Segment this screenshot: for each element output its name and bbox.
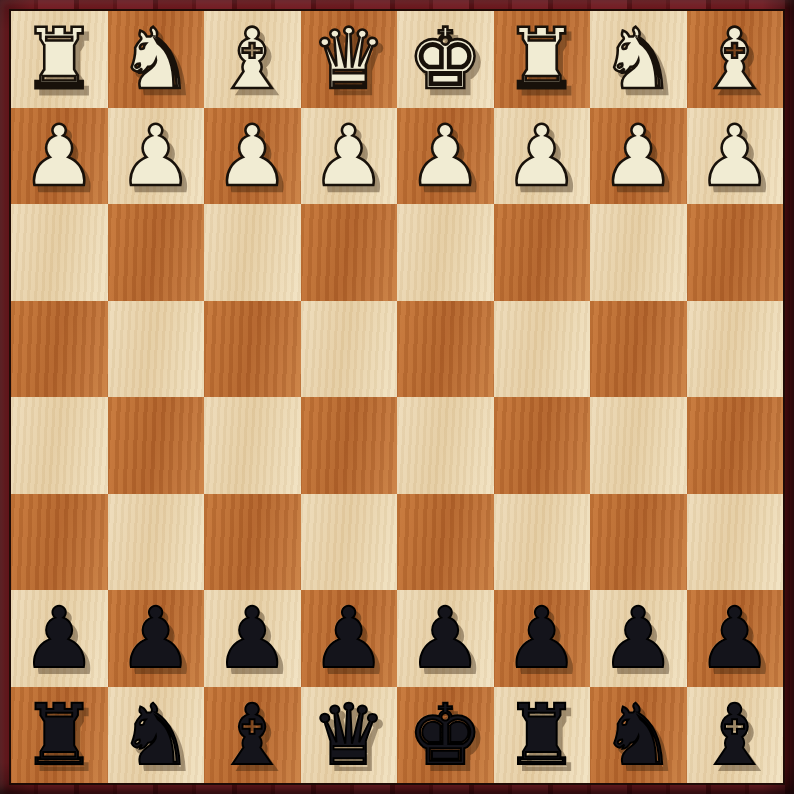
square-b5[interactable] xyxy=(590,397,687,494)
square-d1[interactable]: ♚ xyxy=(397,11,494,108)
black-knight[interactable]: ♞ xyxy=(601,693,676,777)
square-e4[interactable] xyxy=(301,301,398,398)
white-pawn[interactable]: ♟ xyxy=(504,114,579,198)
square-d6[interactable] xyxy=(397,494,494,591)
square-d5[interactable] xyxy=(397,397,494,494)
white-pawn[interactable]: ♟ xyxy=(22,114,97,198)
square-a4[interactable] xyxy=(687,301,784,398)
square-d2[interactable]: ♟ xyxy=(397,108,494,205)
square-a3[interactable] xyxy=(687,204,784,301)
square-b3[interactable] xyxy=(590,204,687,301)
square-e7[interactable]: ♟ xyxy=(301,590,398,687)
square-g2[interactable]: ♟ xyxy=(108,108,205,205)
square-h7[interactable]: ♟ xyxy=(11,590,108,687)
black-rook[interactable]: ♜ xyxy=(504,693,579,777)
square-c2[interactable]: ♟ xyxy=(494,108,591,205)
square-f1[interactable]: ♝ xyxy=(204,11,301,108)
white-pawn[interactable]: ♟ xyxy=(408,114,483,198)
square-f6[interactable] xyxy=(204,494,301,591)
chess-board: ♜♞♝♛♚♜♞♝♟♟♟♟♟♟♟♟♟♟♟♟♟♟♟♟♜♞♝♛♚♜♞♝ xyxy=(11,11,783,783)
white-knight[interactable]: ♞ xyxy=(118,17,193,101)
square-a2[interactable]: ♟ xyxy=(687,108,784,205)
black-rook[interactable]: ♜ xyxy=(22,693,97,777)
square-e3[interactable] xyxy=(301,204,398,301)
square-d3[interactable] xyxy=(397,204,494,301)
square-f3[interactable] xyxy=(204,204,301,301)
square-e5[interactable] xyxy=(301,397,398,494)
square-f8[interactable]: ♝ xyxy=(204,687,301,784)
black-pawn[interactable]: ♟ xyxy=(504,596,579,680)
square-g3[interactable] xyxy=(108,204,205,301)
square-h5[interactable] xyxy=(11,397,108,494)
white-bishop[interactable]: ♝ xyxy=(215,17,290,101)
white-pawn[interactable]: ♟ xyxy=(311,114,386,198)
square-e6[interactable] xyxy=(301,494,398,591)
square-a5[interactable] xyxy=(687,397,784,494)
square-b2[interactable]: ♟ xyxy=(590,108,687,205)
square-h8[interactable]: ♜ xyxy=(11,687,108,784)
square-h2[interactable]: ♟ xyxy=(11,108,108,205)
square-b7[interactable]: ♟ xyxy=(590,590,687,687)
square-a8[interactable]: ♝ xyxy=(687,687,784,784)
square-d8[interactable]: ♚ xyxy=(397,687,494,784)
square-g4[interactable] xyxy=(108,301,205,398)
square-c3[interactable] xyxy=(494,204,591,301)
square-f5[interactable] xyxy=(204,397,301,494)
square-c6[interactable] xyxy=(494,494,591,591)
square-c4[interactable] xyxy=(494,301,591,398)
square-c7[interactable]: ♟ xyxy=(494,590,591,687)
white-rook[interactable]: ♜ xyxy=(504,17,579,101)
square-h3[interactable] xyxy=(11,204,108,301)
square-b8[interactable]: ♞ xyxy=(590,687,687,784)
black-pawn[interactable]: ♟ xyxy=(311,596,386,680)
square-f7[interactable]: ♟ xyxy=(204,590,301,687)
square-b1[interactable]: ♞ xyxy=(590,11,687,108)
white-knight[interactable]: ♞ xyxy=(601,17,676,101)
black-pawn[interactable]: ♟ xyxy=(215,596,290,680)
black-pawn[interactable]: ♟ xyxy=(22,596,97,680)
square-b4[interactable] xyxy=(590,301,687,398)
square-g6[interactable] xyxy=(108,494,205,591)
square-c5[interactable] xyxy=(494,397,591,494)
square-f4[interactable] xyxy=(204,301,301,398)
square-g7[interactable]: ♟ xyxy=(108,590,205,687)
square-a7[interactable]: ♟ xyxy=(687,590,784,687)
square-e1[interactable]: ♛ xyxy=(301,11,398,108)
black-pawn[interactable]: ♟ xyxy=(697,596,772,680)
white-rook[interactable]: ♜ xyxy=(22,17,97,101)
black-pawn[interactable]: ♟ xyxy=(408,596,483,680)
black-bishop[interactable]: ♝ xyxy=(697,693,772,777)
black-queen[interactable]: ♛ xyxy=(311,693,386,777)
square-d4[interactable] xyxy=(397,301,494,398)
square-g8[interactable]: ♞ xyxy=(108,687,205,784)
square-e8[interactable]: ♛ xyxy=(301,687,398,784)
black-knight[interactable]: ♞ xyxy=(118,693,193,777)
square-e2[interactable]: ♟ xyxy=(301,108,398,205)
white-pawn[interactable]: ♟ xyxy=(601,114,676,198)
square-b6[interactable] xyxy=(590,494,687,591)
square-h6[interactable] xyxy=(11,494,108,591)
square-g5[interactable] xyxy=(108,397,205,494)
black-king[interactable]: ♚ xyxy=(408,693,483,777)
square-a1[interactable]: ♝ xyxy=(687,11,784,108)
square-d7[interactable]: ♟ xyxy=(397,590,494,687)
black-bishop[interactable]: ♝ xyxy=(215,693,290,777)
white-pawn[interactable]: ♟ xyxy=(697,114,772,198)
white-pawn[interactable]: ♟ xyxy=(215,114,290,198)
square-c1[interactable]: ♜ xyxy=(494,11,591,108)
square-h1[interactable]: ♜ xyxy=(11,11,108,108)
square-g1[interactable]: ♞ xyxy=(108,11,205,108)
white-queen[interactable]: ♛ xyxy=(311,17,386,101)
white-king[interactable]: ♚ xyxy=(408,17,483,101)
square-f2[interactable]: ♟ xyxy=(204,108,301,205)
square-c8[interactable]: ♜ xyxy=(494,687,591,784)
square-a6[interactable] xyxy=(687,494,784,591)
white-pawn[interactable]: ♟ xyxy=(118,114,193,198)
square-h4[interactable] xyxy=(11,301,108,398)
board-frame: ♜♞♝♛♚♜♞♝♟♟♟♟♟♟♟♟♟♟♟♟♟♟♟♟♜♞♝♛♚♜♞♝ xyxy=(0,0,794,794)
black-pawn[interactable]: ♟ xyxy=(601,596,676,680)
black-pawn[interactable]: ♟ xyxy=(118,596,193,680)
white-bishop[interactable]: ♝ xyxy=(697,17,772,101)
